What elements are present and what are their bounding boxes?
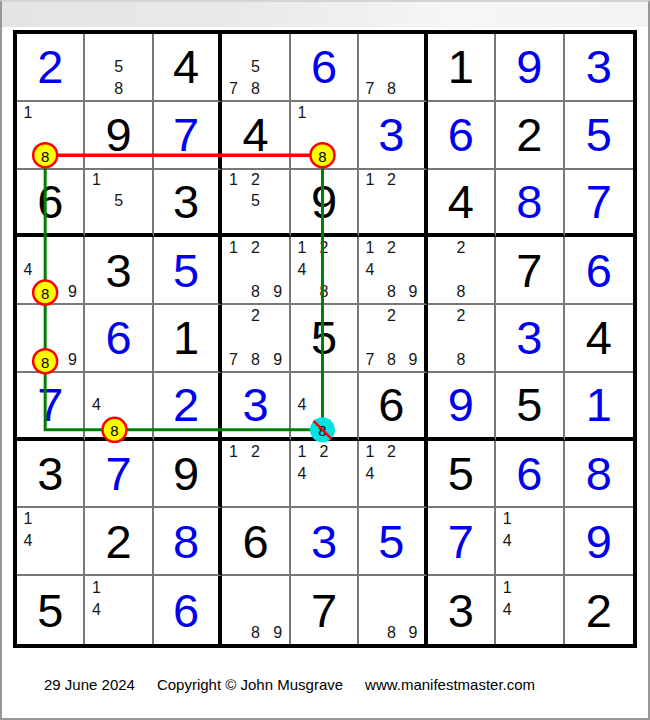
cell-r8c6[interactable]: 5 (359, 508, 427, 576)
cell-r5c7[interactable]: 28 (428, 305, 496, 373)
candidate-2: 2 (244, 170, 266, 191)
candidate-4: 4 (359, 463, 380, 485)
cell-r8c9[interactable]: 9 (565, 508, 633, 576)
candidate-8: 8 (381, 281, 402, 303)
cell-r4c2[interactable]: 3 (85, 237, 153, 305)
cell-r3c3[interactable]: 3 (154, 170, 222, 238)
candidate-4: 4 (17, 530, 39, 552)
cell-r1c2[interactable]: 58 (85, 34, 153, 102)
cell-r8c2[interactable]: 2 (85, 508, 153, 576)
candidate-9: 9 (267, 281, 289, 303)
cell-r5c2[interactable]: 6 (85, 305, 153, 373)
given-digit: 3 (85, 237, 151, 303)
cell-r9c7[interactable]: 3 (428, 576, 496, 644)
cell-r6c5[interactable]: 4 (291, 373, 359, 441)
candidate-1: 1 (496, 576, 518, 599)
cell-r9c5[interactable]: 7 (291, 576, 359, 644)
solved-digit: 6 (428, 102, 494, 168)
cell-r3c8[interactable]: 8 (496, 170, 564, 238)
candidate-9: 9 (267, 349, 289, 371)
given-digit: 4 (565, 305, 633, 371)
solved-digit: 1 (565, 373, 633, 437)
candidate-1: 1 (222, 237, 244, 259)
cell-r4c6[interactable]: 12489 (359, 237, 427, 305)
given-digit: 6 (359, 373, 423, 437)
candidate-4: 4 (17, 259, 39, 281)
solved-digit: 6 (154, 576, 218, 644)
cell-r6c3[interactable]: 2 (154, 373, 222, 441)
cell-r3c2[interactable]: 15 (85, 170, 153, 238)
candidate-8: 8 (244, 349, 266, 371)
candidate-4: 4 (85, 599, 107, 622)
cell-r2c7[interactable]: 6 (428, 102, 496, 170)
solved-digit: 7 (154, 102, 218, 168)
candidate-2: 2 (313, 237, 335, 259)
cell-r6c9[interactable]: 1 (565, 373, 633, 441)
cell-r9c4[interactable]: 89 (222, 576, 290, 644)
given-digit: 1 (428, 34, 494, 100)
candidate-5: 5 (244, 56, 266, 78)
cell-r1c9[interactable]: 3 (565, 34, 633, 102)
footer: 29 June 2024Copyright © John Musgravewww… (44, 676, 535, 693)
cell-r1c5[interactable]: 6 (291, 34, 359, 102)
footer-date: 29 June 2024 (44, 676, 135, 693)
cell-r6c8[interactable]: 5 (496, 373, 564, 441)
cell-r6c4[interactable]: 3 (222, 373, 290, 441)
candidate-5: 5 (108, 191, 130, 212)
cell-r3c1[interactable]: 6 (17, 170, 85, 238)
candidate-2: 2 (244, 237, 266, 259)
cell-r3c9[interactable]: 7 (565, 170, 633, 238)
cell-r8c8[interactable]: 14 (496, 508, 564, 576)
candidate-4: 4 (291, 259, 313, 281)
cell-r2c2[interactable]: 9 (85, 102, 153, 170)
cell-r9c6[interactable]: 89 (359, 576, 427, 644)
candidate-7: 7 (222, 349, 244, 371)
candidate-5: 5 (108, 56, 130, 78)
solved-digit: 3 (359, 102, 423, 168)
cell-r2c6[interactable]: 3 (359, 102, 427, 170)
cell-r9c8[interactable]: 14 (496, 576, 564, 644)
candidate-8: 8 (244, 621, 266, 644)
footer-copyright: Copyright © John Musgrave (157, 676, 343, 693)
given-digit: 5 (291, 305, 357, 371)
cell-r2c1[interactable]: 1 (17, 102, 85, 170)
candidate-1: 1 (359, 237, 380, 259)
given-digit: 9 (291, 170, 357, 234)
candidate-5: 5 (244, 191, 266, 212)
cell-r3c4[interactable]: 125 (222, 170, 290, 238)
cell-r6c1[interactable]: 7 (17, 373, 85, 441)
candidate-8: 8 (450, 349, 472, 371)
candidate-4: 4 (85, 394, 107, 415)
candidate-1: 1 (291, 102, 313, 124)
cell-r8c5[interactable]: 3 (291, 508, 359, 576)
candidate-8: 8 (381, 621, 402, 644)
solved-digit: 7 (85, 441, 151, 507)
candidate-7: 7 (359, 349, 380, 371)
solved-digit: 3 (291, 508, 357, 574)
cell-r6c2[interactable]: 4 (85, 373, 153, 441)
candidate-4: 4 (291, 463, 313, 485)
given-digit: 6 (17, 170, 83, 234)
candidate-9: 9 (61, 281, 83, 303)
given-digit: 2 (565, 576, 633, 644)
candidate-8: 8 (381, 349, 402, 371)
solved-digit: 9 (496, 34, 562, 100)
solved-digit: 5 (565, 102, 633, 168)
candidate-1: 1 (359, 170, 380, 191)
cell-r9c3[interactable]: 6 (154, 576, 222, 644)
cell-r8c7[interactable]: 7 (428, 508, 496, 576)
candidate-1: 1 (291, 237, 313, 259)
candidate-1: 1 (85, 576, 107, 599)
given-digit: 5 (428, 441, 494, 507)
candidate-2: 2 (450, 237, 472, 259)
solved-digit: 3 (565, 34, 633, 100)
solved-digit: 7 (428, 508, 494, 574)
given-digit: 2 (496, 102, 562, 168)
candidate-1: 1 (496, 508, 518, 530)
cell-r4c9[interactable]: 6 (565, 237, 633, 305)
solved-digit: 8 (496, 170, 562, 234)
given-digit: 4 (154, 34, 218, 100)
given-digit: 9 (85, 102, 151, 168)
candidate-4: 4 (496, 530, 518, 552)
cell-r5c3[interactable]: 1 (154, 305, 222, 373)
candidate-8: 8 (244, 78, 266, 100)
candidate-4: 4 (496, 599, 518, 622)
solved-digit: 9 (565, 508, 633, 574)
cell-r7c7[interactable]: 5 (428, 441, 496, 509)
given-digit: 7 (496, 237, 562, 303)
given-digit: 1 (154, 305, 218, 371)
solved-digit: 8 (565, 441, 633, 507)
cell-r5c5[interactable]: 5 (291, 305, 359, 373)
candidate-8: 8 (108, 78, 130, 100)
cell-r8c3[interactable]: 8 (154, 508, 222, 576)
candidate-1: 1 (85, 170, 107, 191)
solved-digit: 6 (496, 441, 562, 507)
cell-r1c6[interactable]: 78 (359, 34, 427, 102)
candidate-9: 9 (402, 349, 423, 371)
candidate-1: 1 (222, 441, 244, 463)
candidate-9: 9 (402, 281, 423, 303)
cell-r8c1[interactable]: 14 (17, 508, 85, 576)
solved-digit: 6 (291, 34, 357, 100)
given-digit: 4 (428, 170, 494, 234)
cell-r3c6[interactable]: 12 (359, 170, 427, 238)
cell-r3c5[interactable]: 9 (291, 170, 359, 238)
given-digit: 7 (291, 576, 357, 644)
candidate-9: 9 (267, 621, 289, 644)
solved-digit: 7 (17, 373, 83, 437)
candidate-2: 2 (450, 305, 472, 327)
candidate-1: 1 (222, 170, 244, 191)
solved-digit: 5 (359, 508, 423, 574)
cell-r7c4[interactable]: 12 (222, 441, 290, 509)
cell-r9c9[interactable]: 2 (565, 576, 633, 644)
solved-digit: 3 (222, 373, 288, 437)
given-digit: 2 (85, 508, 151, 574)
solved-digit: 6 (565, 237, 633, 303)
candidate-4: 4 (291, 394, 313, 415)
candidate-2: 2 (381, 441, 402, 463)
given-digit: 5 (17, 576, 83, 644)
cell-r7c9[interactable]: 8 (565, 441, 633, 509)
cell-r1c1[interactable]: 2 (17, 34, 85, 102)
given-digit: 5 (496, 373, 562, 437)
cell-r5c9[interactable]: 4 (565, 305, 633, 373)
candidate-1: 1 (17, 102, 39, 124)
cell-r1c3[interactable]: 4 (154, 34, 222, 102)
cell-r4c8[interactable]: 7 (496, 237, 564, 305)
solved-digit: 3 (496, 305, 562, 371)
solved-digit: 7 (565, 170, 633, 234)
cell-r2c5[interactable]: 1 (291, 102, 359, 170)
window-top-bar (2, 2, 648, 27)
solved-digit: 9 (428, 373, 494, 437)
cell-r6c7[interactable]: 9 (428, 373, 496, 441)
cell-r7c3[interactable]: 9 (154, 441, 222, 509)
cell-r5c6[interactable]: 2789 (359, 305, 427, 373)
given-digit: 3 (17, 441, 83, 507)
candidate-4: 4 (359, 259, 380, 281)
cell-r4c1[interactable]: 49 (17, 237, 85, 305)
given-digit: 3 (428, 576, 494, 644)
sudoku-board: 2584578678193197413625615312591248749351… (13, 30, 637, 648)
cell-r7c1[interactable]: 3 (17, 441, 85, 509)
cell-r5c1[interactable]: 9 (17, 305, 85, 373)
solved-digit: 2 (17, 34, 83, 100)
cell-r9c2[interactable]: 14 (85, 576, 153, 644)
given-digit: 9 (154, 441, 218, 507)
solved-digit: 5 (154, 237, 218, 303)
candidate-7: 7 (359, 78, 380, 100)
candidate-2: 2 (381, 305, 402, 327)
given-digit: 6 (222, 508, 288, 574)
cell-r2c8[interactable]: 2 (496, 102, 564, 170)
candidate-8: 8 (381, 78, 402, 100)
cell-r5c4[interactable]: 2789 (222, 305, 290, 373)
cell-r4c3[interactable]: 5 (154, 237, 222, 305)
cell-r7c8[interactable]: 6 (496, 441, 564, 509)
candidate-1: 1 (17, 508, 39, 530)
cell-r7c6[interactable]: 124 (359, 441, 427, 509)
cell-r4c5[interactable]: 1248 (291, 237, 359, 305)
candidate-1: 1 (291, 441, 313, 463)
candidate-9: 9 (61, 349, 83, 371)
cell-r6c6[interactable]: 6 (359, 373, 427, 441)
cell-r4c7[interactable]: 28 (428, 237, 496, 305)
cell-r9c1[interactable]: 5 (17, 576, 85, 644)
footer-website: www.manifestmaster.com (365, 676, 535, 693)
cell-r1c8[interactable]: 9 (496, 34, 564, 102)
candidate-8: 8 (244, 281, 266, 303)
candidate-7: 7 (222, 78, 244, 100)
cell-r8c4[interactable]: 6 (222, 508, 290, 576)
solved-digit: 8 (154, 508, 218, 574)
candidate-2: 2 (244, 305, 266, 327)
cell-r7c5[interactable]: 124 (291, 441, 359, 509)
cell-r7c2[interactable]: 7 (85, 441, 153, 509)
candidate-2: 2 (313, 441, 335, 463)
candidate-8: 8 (450, 281, 472, 303)
candidate-8: 8 (313, 281, 335, 303)
candidate-2: 2 (381, 170, 402, 191)
screenshot-frame: 2584578678193197413625615312591248749351… (0, 0, 650, 720)
cell-r1c4[interactable]: 578 (222, 34, 290, 102)
cell-r2c4[interactable]: 4 (222, 102, 290, 170)
candidate-2: 2 (381, 237, 402, 259)
given-digit: 3 (154, 170, 218, 234)
cell-r2c9[interactable]: 5 (565, 102, 633, 170)
cell-r4c4[interactable]: 1289 (222, 237, 290, 305)
solved-digit: 6 (85, 305, 151, 371)
candidate-2: 2 (244, 441, 266, 463)
cell-r2c3[interactable]: 7 (154, 102, 222, 170)
cell-r3c7[interactable]: 4 (428, 170, 496, 238)
cell-r5c8[interactable]: 3 (496, 305, 564, 373)
candidate-1: 1 (359, 441, 380, 463)
candidate-9: 9 (402, 621, 423, 644)
cell-r1c7[interactable]: 1 (428, 34, 496, 102)
given-digit: 4 (222, 102, 288, 168)
solved-digit: 2 (154, 373, 218, 437)
